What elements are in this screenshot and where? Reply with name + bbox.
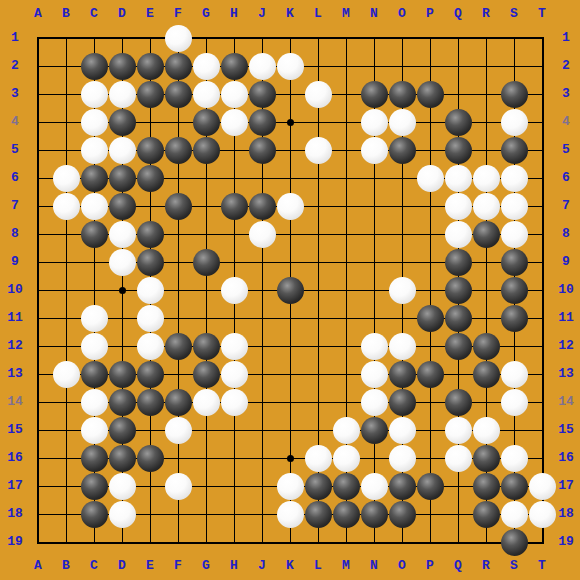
point-P17[interactable] — [416, 472, 444, 500]
point-L6[interactable] — [304, 164, 332, 192]
point-O8[interactable] — [388, 220, 416, 248]
point-K15[interactable] — [276, 416, 304, 444]
point-R4[interactable] — [472, 108, 500, 136]
point-R10[interactable] — [472, 276, 500, 304]
point-Q3[interactable] — [444, 80, 472, 108]
point-B5[interactable] — [52, 136, 80, 164]
point-H3[interactable] — [220, 80, 248, 108]
point-S10[interactable] — [500, 276, 528, 304]
point-S4[interactable] — [500, 108, 528, 136]
point-J2[interactable] — [248, 52, 276, 80]
point-O10[interactable] — [388, 276, 416, 304]
point-H2[interactable] — [220, 52, 248, 80]
point-R16[interactable] — [472, 444, 500, 472]
point-M16[interactable] — [332, 444, 360, 472]
point-B14[interactable] — [52, 388, 80, 416]
point-G2[interactable] — [192, 52, 220, 80]
point-D10[interactable] — [108, 276, 136, 304]
point-R18[interactable] — [472, 500, 500, 528]
point-R17[interactable] — [472, 472, 500, 500]
point-R13[interactable] — [472, 360, 500, 388]
point-J17[interactable] — [248, 472, 276, 500]
point-G15[interactable] — [192, 416, 220, 444]
point-K17[interactable] — [276, 472, 304, 500]
point-L3[interactable] — [304, 80, 332, 108]
point-N11[interactable] — [360, 304, 388, 332]
point-R6[interactable] — [472, 164, 500, 192]
point-N4[interactable] — [360, 108, 388, 136]
point-D14[interactable] — [108, 388, 136, 416]
point-F14[interactable] — [164, 388, 192, 416]
point-H15[interactable] — [220, 416, 248, 444]
point-H11[interactable] — [220, 304, 248, 332]
point-O2[interactable] — [388, 52, 416, 80]
point-P15[interactable] — [416, 416, 444, 444]
point-M18[interactable] — [332, 500, 360, 528]
point-E8[interactable] — [136, 220, 164, 248]
point-M10[interactable] — [332, 276, 360, 304]
point-C12[interactable] — [80, 332, 108, 360]
point-F12[interactable] — [164, 332, 192, 360]
point-J7[interactable] — [248, 192, 276, 220]
point-H10[interactable] — [220, 276, 248, 304]
point-K18[interactable] — [276, 500, 304, 528]
point-H14[interactable] — [220, 388, 248, 416]
point-S8[interactable] — [500, 220, 528, 248]
point-R8[interactable] — [472, 220, 500, 248]
point-S6[interactable] — [500, 164, 528, 192]
point-N14[interactable] — [360, 388, 388, 416]
point-P11[interactable] — [416, 304, 444, 332]
point-B4[interactable] — [52, 108, 80, 136]
point-J11[interactable] — [248, 304, 276, 332]
point-N1[interactable] — [360, 24, 388, 52]
point-L4[interactable] — [304, 108, 332, 136]
point-M2[interactable] — [332, 52, 360, 80]
point-E2[interactable] — [136, 52, 164, 80]
point-K9[interactable] — [276, 248, 304, 276]
point-C9[interactable] — [80, 248, 108, 276]
point-K7[interactable] — [276, 192, 304, 220]
point-D1[interactable] — [108, 24, 136, 52]
point-G10[interactable] — [192, 276, 220, 304]
point-B3[interactable] — [52, 80, 80, 108]
point-F6[interactable] — [164, 164, 192, 192]
point-G14[interactable] — [192, 388, 220, 416]
point-J6[interactable] — [248, 164, 276, 192]
point-H16[interactable] — [220, 444, 248, 472]
point-O3[interactable] — [388, 80, 416, 108]
point-L14[interactable] — [304, 388, 332, 416]
point-K1[interactable] — [276, 24, 304, 52]
point-F16[interactable] — [164, 444, 192, 472]
point-O6[interactable] — [388, 164, 416, 192]
point-S16[interactable] — [500, 444, 528, 472]
point-Q13[interactable] — [444, 360, 472, 388]
point-D5[interactable] — [108, 136, 136, 164]
point-L5[interactable] — [304, 136, 332, 164]
point-D2[interactable] — [108, 52, 136, 80]
point-Q1[interactable] — [444, 24, 472, 52]
point-G11[interactable] — [192, 304, 220, 332]
point-O9[interactable] — [388, 248, 416, 276]
point-K14[interactable] — [276, 388, 304, 416]
point-Q5[interactable] — [444, 136, 472, 164]
point-L18[interactable] — [304, 500, 332, 528]
point-J14[interactable] — [248, 388, 276, 416]
point-R1[interactable] — [472, 24, 500, 52]
point-E1[interactable] — [136, 24, 164, 52]
point-M3[interactable] — [332, 80, 360, 108]
point-O5[interactable] — [388, 136, 416, 164]
point-H13[interactable] — [220, 360, 248, 388]
point-G6[interactable] — [192, 164, 220, 192]
point-P14[interactable] — [416, 388, 444, 416]
point-B2[interactable] — [52, 52, 80, 80]
point-L12[interactable] — [304, 332, 332, 360]
point-D12[interactable] — [108, 332, 136, 360]
point-F13[interactable] — [164, 360, 192, 388]
point-Q10[interactable] — [444, 276, 472, 304]
point-C3[interactable] — [80, 80, 108, 108]
point-K11[interactable] — [276, 304, 304, 332]
point-N8[interactable] — [360, 220, 388, 248]
point-K6[interactable] — [276, 164, 304, 192]
point-H12[interactable] — [220, 332, 248, 360]
point-L11[interactable] — [304, 304, 332, 332]
point-M9[interactable] — [332, 248, 360, 276]
point-Q7[interactable] — [444, 192, 472, 220]
point-N15[interactable] — [360, 416, 388, 444]
point-D18[interactable] — [108, 500, 136, 528]
point-J18[interactable] — [248, 500, 276, 528]
point-R14[interactable] — [472, 388, 500, 416]
point-J4[interactable] — [248, 108, 276, 136]
point-F7[interactable] — [164, 192, 192, 220]
point-E7[interactable] — [136, 192, 164, 220]
point-F18[interactable] — [164, 500, 192, 528]
point-G17[interactable] — [192, 472, 220, 500]
point-O11[interactable] — [388, 304, 416, 332]
point-F1[interactable] — [164, 24, 192, 52]
point-G8[interactable] — [192, 220, 220, 248]
point-D16[interactable] — [108, 444, 136, 472]
point-D4[interactable] — [108, 108, 136, 136]
point-O1[interactable] — [388, 24, 416, 52]
point-O7[interactable] — [388, 192, 416, 220]
point-S13[interactable] — [500, 360, 528, 388]
point-J3[interactable] — [248, 80, 276, 108]
point-B11[interactable] — [52, 304, 80, 332]
point-O18[interactable] — [388, 500, 416, 528]
point-J9[interactable] — [248, 248, 276, 276]
point-B17[interactable] — [52, 472, 80, 500]
point-G1[interactable] — [192, 24, 220, 52]
point-M4[interactable] — [332, 108, 360, 136]
point-G16[interactable] — [192, 444, 220, 472]
point-N18[interactable] — [360, 500, 388, 528]
point-H9[interactable] — [220, 248, 248, 276]
point-N17[interactable] — [360, 472, 388, 500]
point-J12[interactable] — [248, 332, 276, 360]
point-F11[interactable] — [164, 304, 192, 332]
point-B16[interactable] — [52, 444, 80, 472]
point-K8[interactable] — [276, 220, 304, 248]
point-R12[interactable] — [472, 332, 500, 360]
point-E6[interactable] — [136, 164, 164, 192]
point-O16[interactable] — [388, 444, 416, 472]
point-J13[interactable] — [248, 360, 276, 388]
point-C14[interactable] — [80, 388, 108, 416]
point-Q9[interactable] — [444, 248, 472, 276]
point-S11[interactable] — [500, 304, 528, 332]
point-Q12[interactable] — [444, 332, 472, 360]
point-B15[interactable] — [52, 416, 80, 444]
point-F8[interactable] — [164, 220, 192, 248]
point-P9[interactable] — [416, 248, 444, 276]
point-Q11[interactable] — [444, 304, 472, 332]
point-C13[interactable] — [80, 360, 108, 388]
point-G9[interactable] — [192, 248, 220, 276]
point-N6[interactable] — [360, 164, 388, 192]
point-L15[interactable] — [304, 416, 332, 444]
point-Q4[interactable] — [444, 108, 472, 136]
point-S18[interactable] — [500, 500, 528, 528]
point-E17[interactable] — [136, 472, 164, 500]
point-N2[interactable] — [360, 52, 388, 80]
point-K13[interactable] — [276, 360, 304, 388]
point-L2[interactable] — [304, 52, 332, 80]
point-B1[interactable] — [52, 24, 80, 52]
point-R2[interactable] — [472, 52, 500, 80]
point-F10[interactable] — [164, 276, 192, 304]
point-E14[interactable] — [136, 388, 164, 416]
point-F2[interactable] — [164, 52, 192, 80]
point-N3[interactable] — [360, 80, 388, 108]
point-L13[interactable] — [304, 360, 332, 388]
point-L9[interactable] — [304, 248, 332, 276]
point-M13[interactable] — [332, 360, 360, 388]
point-Q6[interactable] — [444, 164, 472, 192]
point-B6[interactable] — [52, 164, 80, 192]
point-K10[interactable] — [276, 276, 304, 304]
point-M15[interactable] — [332, 416, 360, 444]
point-N9[interactable] — [360, 248, 388, 276]
point-O4[interactable] — [388, 108, 416, 136]
point-Q16[interactable] — [444, 444, 472, 472]
point-D3[interactable] — [108, 80, 136, 108]
point-D6[interactable] — [108, 164, 136, 192]
point-B7[interactable] — [52, 192, 80, 220]
point-K16[interactable] — [276, 444, 304, 472]
point-E5[interactable] — [136, 136, 164, 164]
point-S9[interactable] — [500, 248, 528, 276]
point-G4[interactable] — [192, 108, 220, 136]
point-J1[interactable] — [248, 24, 276, 52]
point-E9[interactable] — [136, 248, 164, 276]
point-H1[interactable] — [220, 24, 248, 52]
point-B10[interactable] — [52, 276, 80, 304]
point-E13[interactable] — [136, 360, 164, 388]
point-S2[interactable] — [500, 52, 528, 80]
point-Q15[interactable] — [444, 416, 472, 444]
point-Q18[interactable] — [444, 500, 472, 528]
point-L17[interactable] — [304, 472, 332, 500]
point-K4[interactable] — [276, 108, 304, 136]
point-P2[interactable] — [416, 52, 444, 80]
point-J16[interactable] — [248, 444, 276, 472]
point-Q8[interactable] — [444, 220, 472, 248]
point-E11[interactable] — [136, 304, 164, 332]
point-B8[interactable] — [52, 220, 80, 248]
point-D15[interactable] — [108, 416, 136, 444]
point-D7[interactable] — [108, 192, 136, 220]
point-H7[interactable] — [220, 192, 248, 220]
point-M1[interactable] — [332, 24, 360, 52]
point-H6[interactable] — [220, 164, 248, 192]
point-L8[interactable] — [304, 220, 332, 248]
point-C1[interactable] — [80, 24, 108, 52]
point-E3[interactable] — [136, 80, 164, 108]
point-O12[interactable] — [388, 332, 416, 360]
point-Q14[interactable] — [444, 388, 472, 416]
point-P1[interactable] — [416, 24, 444, 52]
point-O15[interactable] — [388, 416, 416, 444]
point-L7[interactable] — [304, 192, 332, 220]
point-C11[interactable] — [80, 304, 108, 332]
point-P5[interactable] — [416, 136, 444, 164]
point-P3[interactable] — [416, 80, 444, 108]
point-H5[interactable] — [220, 136, 248, 164]
point-N10[interactable] — [360, 276, 388, 304]
point-G5[interactable] — [192, 136, 220, 164]
point-S14[interactable] — [500, 388, 528, 416]
point-D9[interactable] — [108, 248, 136, 276]
point-R7[interactable] — [472, 192, 500, 220]
point-G13[interactable] — [192, 360, 220, 388]
point-M14[interactable] — [332, 388, 360, 416]
point-R9[interactable] — [472, 248, 500, 276]
point-B18[interactable] — [52, 500, 80, 528]
point-K3[interactable] — [276, 80, 304, 108]
point-H8[interactable] — [220, 220, 248, 248]
point-F4[interactable] — [164, 108, 192, 136]
point-J15[interactable] — [248, 416, 276, 444]
point-R11[interactable] — [472, 304, 500, 332]
point-C16[interactable] — [80, 444, 108, 472]
point-H4[interactable] — [220, 108, 248, 136]
point-P12[interactable] — [416, 332, 444, 360]
point-J10[interactable] — [248, 276, 276, 304]
point-J8[interactable] — [248, 220, 276, 248]
point-P6[interactable] — [416, 164, 444, 192]
point-L1[interactable] — [304, 24, 332, 52]
point-C5[interactable] — [80, 136, 108, 164]
point-P8[interactable] — [416, 220, 444, 248]
point-E10[interactable] — [136, 276, 164, 304]
point-O14[interactable] — [388, 388, 416, 416]
point-N7[interactable] — [360, 192, 388, 220]
point-O13[interactable] — [388, 360, 416, 388]
point-P16[interactable] — [416, 444, 444, 472]
point-G12[interactable] — [192, 332, 220, 360]
point-S3[interactable] — [500, 80, 528, 108]
point-E16[interactable] — [136, 444, 164, 472]
point-P7[interactable] — [416, 192, 444, 220]
point-M11[interactable] — [332, 304, 360, 332]
point-C4[interactable] — [80, 108, 108, 136]
point-B9[interactable] — [52, 248, 80, 276]
point-M17[interactable] — [332, 472, 360, 500]
point-C18[interactable] — [80, 500, 108, 528]
point-R3[interactable] — [472, 80, 500, 108]
point-S12[interactable] — [500, 332, 528, 360]
point-C10[interactable] — [80, 276, 108, 304]
point-K5[interactable] — [276, 136, 304, 164]
point-E12[interactable] — [136, 332, 164, 360]
point-S1[interactable] — [500, 24, 528, 52]
point-F5[interactable] — [164, 136, 192, 164]
point-C8[interactable] — [80, 220, 108, 248]
point-P10[interactable] — [416, 276, 444, 304]
point-D13[interactable] — [108, 360, 136, 388]
point-D17[interactable] — [108, 472, 136, 500]
point-C6[interactable] — [80, 164, 108, 192]
point-E4[interactable] — [136, 108, 164, 136]
point-B13[interactable] — [52, 360, 80, 388]
point-M12[interactable] — [332, 332, 360, 360]
point-F15[interactable] — [164, 416, 192, 444]
point-J5[interactable] — [248, 136, 276, 164]
point-L10[interactable] — [304, 276, 332, 304]
point-B12[interactable] — [52, 332, 80, 360]
point-R5[interactable] — [472, 136, 500, 164]
point-E18[interactable] — [136, 500, 164, 528]
point-N5[interactable] — [360, 136, 388, 164]
point-G3[interactable] — [192, 80, 220, 108]
point-C2[interactable] — [80, 52, 108, 80]
point-F9[interactable] — [164, 248, 192, 276]
point-P4[interactable] — [416, 108, 444, 136]
point-M6[interactable] — [332, 164, 360, 192]
point-E15[interactable] — [136, 416, 164, 444]
point-D8[interactable] — [108, 220, 136, 248]
point-K12[interactable] — [276, 332, 304, 360]
point-R15[interactable] — [472, 416, 500, 444]
point-S5[interactable] — [500, 136, 528, 164]
point-S7[interactable] — [500, 192, 528, 220]
point-L16[interactable] — [304, 444, 332, 472]
point-P13[interactable] — [416, 360, 444, 388]
point-F3[interactable] — [164, 80, 192, 108]
point-K2[interactable] — [276, 52, 304, 80]
point-M7[interactable] — [332, 192, 360, 220]
point-Q2[interactable] — [444, 52, 472, 80]
point-P18[interactable] — [416, 500, 444, 528]
point-H18[interactable] — [220, 500, 248, 528]
point-C17[interactable] — [80, 472, 108, 500]
point-N12[interactable] — [360, 332, 388, 360]
point-S17[interactable] — [500, 472, 528, 500]
point-S15[interactable] — [500, 416, 528, 444]
point-C15[interactable] — [80, 416, 108, 444]
point-N16[interactable] — [360, 444, 388, 472]
point-Q17[interactable] — [444, 472, 472, 500]
point-C7[interactable] — [80, 192, 108, 220]
point-M5[interactable] — [332, 136, 360, 164]
point-O17[interactable] — [388, 472, 416, 500]
point-N13[interactable] — [360, 360, 388, 388]
